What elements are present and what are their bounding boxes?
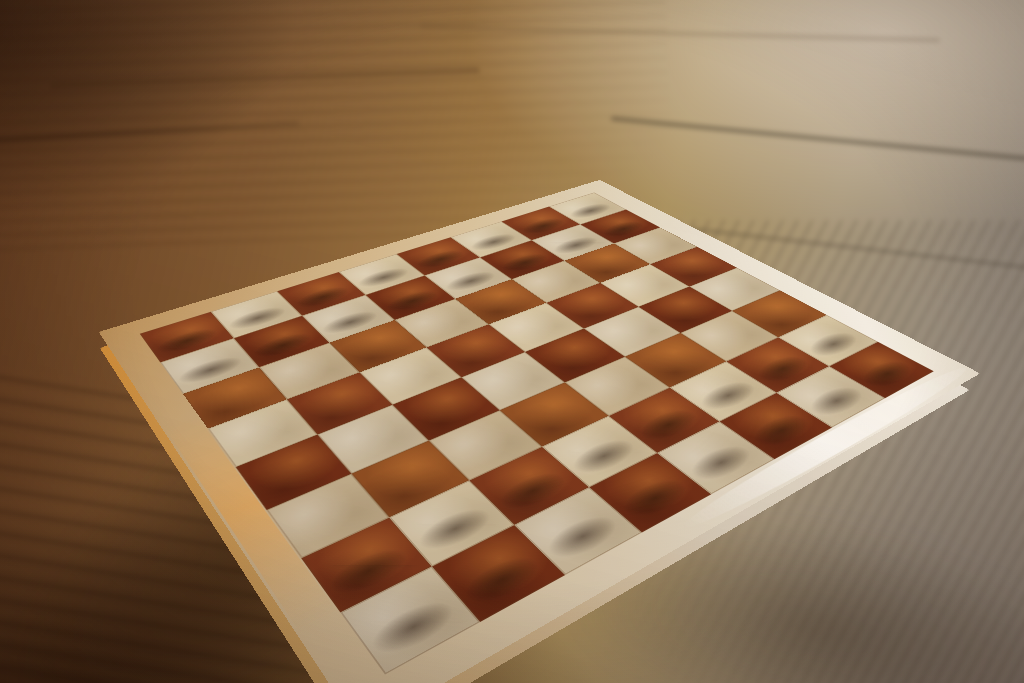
white-pawn: ♟: [164, 278, 259, 369]
piece-stand: ♜: [364, 621, 466, 624]
piece-stand: ♟: [176, 366, 249, 368]
photo-scene: ♜♞♝♛♚♝♞♜♟♟♟♟♟♟♟♟♟♟♟♟♟♟♟♟♜♞♝♛♚♝♞♜: [0, 0, 1024, 683]
chess-board: ♜♞♝♛♚♝♞♜♟♟♟♟♟♟♟♟♟♟♟♟♟♟♟♟♜♞♝♛♚♝♞♜: [99, 180, 980, 683]
perspective-wrapper: ♜♞♝♛♚♝♞♜♟♟♟♟♟♟♟♟♟♟♟♟♟♟♟♟♜♞♝♛♚♝♞♜: [0, 0, 1024, 683]
square-a8: ♜: [340, 566, 480, 674]
black-rook: ♜: [339, 479, 491, 624]
